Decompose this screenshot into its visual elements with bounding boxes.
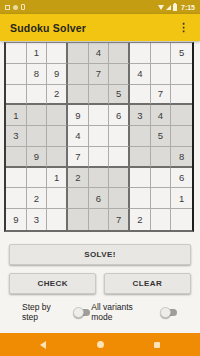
step-by-step-label: Step by step (22, 302, 68, 322)
cell-r3c5[interactable] (89, 85, 110, 106)
cell-r8c4[interactable] (68, 188, 89, 209)
overflow-menu-icon[interactable]: ⋮ (177, 20, 190, 35)
cell-r4c4[interactable]: 9 (68, 105, 89, 126)
cell-r3c8[interactable]: 7 (151, 85, 172, 106)
back-icon[interactable] (40, 341, 46, 349)
cell-r5c6[interactable] (109, 126, 130, 147)
cell-r4c2[interactable] (27, 105, 48, 126)
cell-r7c1[interactable] (6, 168, 27, 189)
cell-r9c4[interactable] (68, 209, 89, 230)
status-bar: 7:15 (0, 0, 200, 14)
cell-r8c5[interactable]: 6 (89, 188, 110, 209)
cell-r1c3[interactable] (47, 43, 68, 64)
cell-r5c3[interactable] (47, 126, 68, 147)
cell-r4c9[interactable] (171, 105, 192, 126)
notification-clipboard-icon (21, 4, 25, 10)
cell-r6c5[interactable] (89, 147, 110, 168)
toggle-thumb (160, 307, 171, 318)
cell-r1c9[interactable]: 5 (171, 43, 192, 64)
clock-time: 7:15 (181, 4, 195, 11)
cell-r5c8[interactable]: 5 (151, 126, 172, 147)
cell-r3c3[interactable]: 2 (47, 85, 68, 106)
cell-r6c9[interactable]: 8 (171, 147, 192, 168)
cell-r5c9[interactable] (171, 126, 192, 147)
home-icon[interactable] (97, 341, 104, 348)
cell-r1c8[interactable] (151, 43, 172, 64)
notification-square-icon (5, 5, 10, 10)
cell-r8c3[interactable] (47, 188, 68, 209)
cell-r9c2[interactable]: 3 (27, 209, 48, 230)
cell-r1c1[interactable] (6, 43, 27, 64)
cell-r4c1[interactable]: 1 (6, 105, 27, 126)
app-bar: Sudoku Solver ⋮ (0, 14, 200, 41)
toggle-thumb (73, 307, 84, 318)
wifi-icon (158, 5, 164, 10)
cell-r4c6[interactable]: 6 (109, 105, 130, 126)
battery-icon (173, 4, 177, 11)
cell-r4c3[interactable] (47, 105, 68, 126)
recents-icon[interactable] (154, 342, 160, 348)
cell-r2c7[interactable]: 4 (130, 64, 151, 85)
cell-r1c2[interactable]: 1 (27, 43, 48, 64)
cell-r2c4[interactable] (68, 64, 89, 85)
cell-r2c1[interactable] (6, 64, 27, 85)
cell-r7c9[interactable]: 6 (171, 168, 192, 189)
cell-r1c4[interactable] (68, 43, 89, 64)
cell-r5c4[interactable]: 4 (68, 126, 89, 147)
cell-r4c8[interactable]: 4 (151, 105, 172, 126)
page-title: Sudoku Solver (10, 22, 86, 34)
cell-r5c2[interactable] (27, 126, 48, 147)
cell-r7c4[interactable]: 2 (68, 168, 89, 189)
cell-r8c7[interactable] (130, 188, 151, 209)
cell-r1c7[interactable] (130, 43, 151, 64)
controls-panel: SOLVE! CHECK CLEAR Step by step All vari… (0, 232, 200, 322)
cell-r6c3[interactable] (47, 147, 68, 168)
solve-button[interactable]: SOLVE! (9, 244, 191, 265)
cell-r9c6[interactable]: 7 (109, 209, 130, 230)
cell-r3c9[interactable] (171, 85, 192, 106)
cell-r2c8[interactable] (151, 64, 172, 85)
navigation-bar (0, 333, 200, 356)
cell-r8c2[interactable]: 2 (27, 188, 48, 209)
clear-button[interactable]: CLEAR (104, 273, 191, 294)
cell-r6c4[interactable]: 7 (68, 147, 89, 168)
cell-r1c5[interactable]: 4 (89, 43, 110, 64)
cell-r7c2[interactable] (27, 168, 48, 189)
cell-r9c8[interactable] (151, 209, 172, 230)
cell-r3c7[interactable] (130, 85, 151, 106)
cell-r9c7[interactable]: 2 (130, 209, 151, 230)
cell-r2c9[interactable] (171, 64, 192, 85)
sudoku-board: 1458974257196343459781262619372 (4, 42, 194, 232)
cell-r3c6[interactable]: 5 (109, 85, 130, 106)
cell-r2c6[interactable] (109, 64, 130, 85)
cell-r6c8[interactable] (151, 147, 172, 168)
cell-r4c7[interactable]: 3 (130, 105, 151, 126)
cell-r7c8[interactable] (151, 168, 172, 189)
cell-r3c4[interactable] (68, 85, 89, 106)
all-variants-label: All variants mode (91, 302, 154, 322)
cell-r2c5[interactable]: 7 (89, 64, 110, 85)
cell-r8c1[interactable] (6, 188, 27, 209)
cell-r3c2[interactable] (27, 85, 48, 106)
notification-circle-icon (13, 5, 18, 10)
cell-r4c5[interactable] (89, 105, 110, 126)
cell-r1c6[interactable] (109, 43, 130, 64)
signal-icon (166, 5, 171, 10)
cell-r8c9[interactable]: 1 (171, 188, 192, 209)
cell-r8c8[interactable] (151, 188, 172, 209)
cell-r5c5[interactable] (89, 126, 110, 147)
cell-r7c3[interactable]: 1 (47, 168, 68, 189)
all-variants-toggle[interactable] (160, 307, 178, 318)
cell-r9c3[interactable] (47, 209, 68, 230)
cell-r5c1[interactable]: 3 (6, 126, 27, 147)
cell-r5c7[interactable] (130, 126, 151, 147)
step-by-step-toggle[interactable] (73, 307, 91, 318)
cell-r3c1[interactable] (6, 85, 27, 106)
cell-r6c6[interactable] (109, 147, 130, 168)
cell-r9c5[interactable] (89, 209, 110, 230)
cell-r8c6[interactable] (109, 188, 130, 209)
cell-r9c9[interactable] (171, 209, 192, 230)
cell-r7c7[interactable] (130, 168, 151, 189)
cell-r2c2[interactable]: 8 (27, 64, 48, 85)
cell-r7c5[interactable] (89, 168, 110, 189)
cell-r6c7[interactable] (130, 147, 151, 168)
check-button[interactable]: CHECK (9, 273, 96, 294)
cell-r9c1[interactable]: 9 (6, 209, 27, 230)
cell-r6c2[interactable]: 9 (27, 147, 48, 168)
cell-r6c1[interactable] (6, 147, 27, 168)
cell-r7c6[interactable] (109, 168, 130, 189)
cell-r2c3[interactable]: 9 (47, 64, 68, 85)
